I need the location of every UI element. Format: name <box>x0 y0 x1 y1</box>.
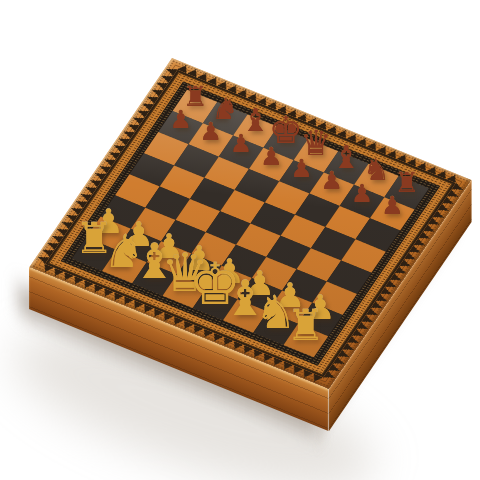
piece-black-pawn-a7: ♟ <box>169 106 191 131</box>
piece-white-rook-h1: ♜ <box>287 304 326 347</box>
pieces-layer: ♜♞♝♚♛♝♞♜♟♟♟♟♟♟♟♟♟♟♟♟♟♟♟♟♜♞♝♛♚♝♞♜ <box>0 0 480 480</box>
piece-black-pawn-g7: ♟ <box>351 180 373 205</box>
piece-black-pawn-h7: ♟ <box>381 193 403 218</box>
piece-black-pawn-e7: ♟ <box>290 156 312 181</box>
chess-set-photo: ♜♞♝♚♛♝♞♜♟♟♟♟♟♟♟♟♟♟♟♟♟♟♟♟♜♞♝♛♚♝♞♜ <box>0 0 480 480</box>
piece-black-pawn-b7: ♟ <box>200 119 222 144</box>
piece-black-pawn-c7: ♟ <box>230 131 252 156</box>
piece-black-pawn-d7: ♟ <box>260 143 282 168</box>
piece-black-pawn-f7: ♟ <box>321 168 343 193</box>
